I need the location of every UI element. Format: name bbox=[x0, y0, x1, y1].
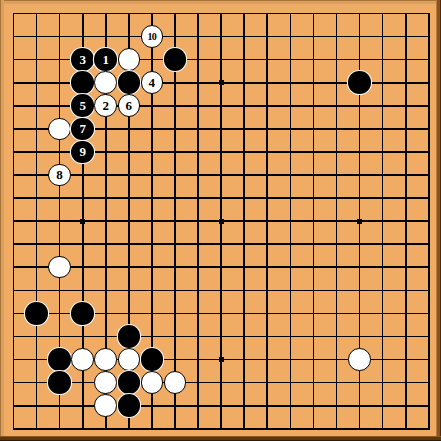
stone-white bbox=[118, 348, 141, 371]
stone-white bbox=[71, 348, 94, 371]
stone-black bbox=[25, 302, 48, 325]
move-number-label: 10 bbox=[147, 32, 156, 42]
stone-black-move-1: 1 bbox=[94, 48, 117, 71]
stone-black bbox=[71, 71, 94, 94]
move-number-label: 5 bbox=[79, 99, 86, 112]
stones-grid: 31104526798 bbox=[2, 2, 440, 440]
stone-white bbox=[94, 371, 117, 394]
stone-white-move-4: 4 bbox=[141, 71, 164, 94]
stone-white bbox=[164, 371, 187, 394]
move-number-label: 4 bbox=[149, 76, 156, 89]
stone-white bbox=[348, 348, 371, 371]
stone-white bbox=[48, 256, 71, 279]
stone-white-move-8: 8 bbox=[48, 164, 71, 187]
stone-black-move-7: 7 bbox=[71, 118, 94, 141]
stone-black bbox=[164, 48, 187, 71]
stone-black-move-9: 9 bbox=[71, 141, 94, 164]
stone-black bbox=[118, 325, 141, 348]
stone-black bbox=[118, 371, 141, 394]
move-number-label: 9 bbox=[79, 145, 86, 158]
move-number-label: 2 bbox=[102, 99, 109, 112]
stone-black bbox=[348, 71, 371, 94]
stone-white bbox=[48, 118, 71, 141]
stone-white bbox=[118, 48, 141, 71]
move-number-label: 7 bbox=[79, 122, 86, 135]
stone-white bbox=[141, 371, 164, 394]
stone-black bbox=[118, 71, 141, 94]
stone-black bbox=[141, 348, 164, 371]
stone-black bbox=[48, 371, 71, 394]
move-number-label: 8 bbox=[56, 168, 63, 181]
stone-white bbox=[94, 394, 117, 417]
stone-black bbox=[71, 302, 94, 325]
stone-black bbox=[48, 348, 71, 371]
stone-white-move-10: 10 bbox=[141, 25, 164, 48]
move-number-label: 6 bbox=[126, 99, 133, 112]
go-board: 31104526798 bbox=[0, 0, 441, 441]
stone-black-move-3: 3 bbox=[71, 48, 94, 71]
stone-white bbox=[94, 71, 117, 94]
stone-white-move-6: 6 bbox=[118, 94, 141, 117]
stone-white bbox=[94, 348, 117, 371]
stone-black-move-5: 5 bbox=[71, 94, 94, 117]
move-number-label: 1 bbox=[102, 53, 109, 66]
stone-white-move-2: 2 bbox=[94, 94, 117, 117]
move-number-label: 3 bbox=[79, 53, 86, 66]
stone-black bbox=[118, 394, 141, 417]
